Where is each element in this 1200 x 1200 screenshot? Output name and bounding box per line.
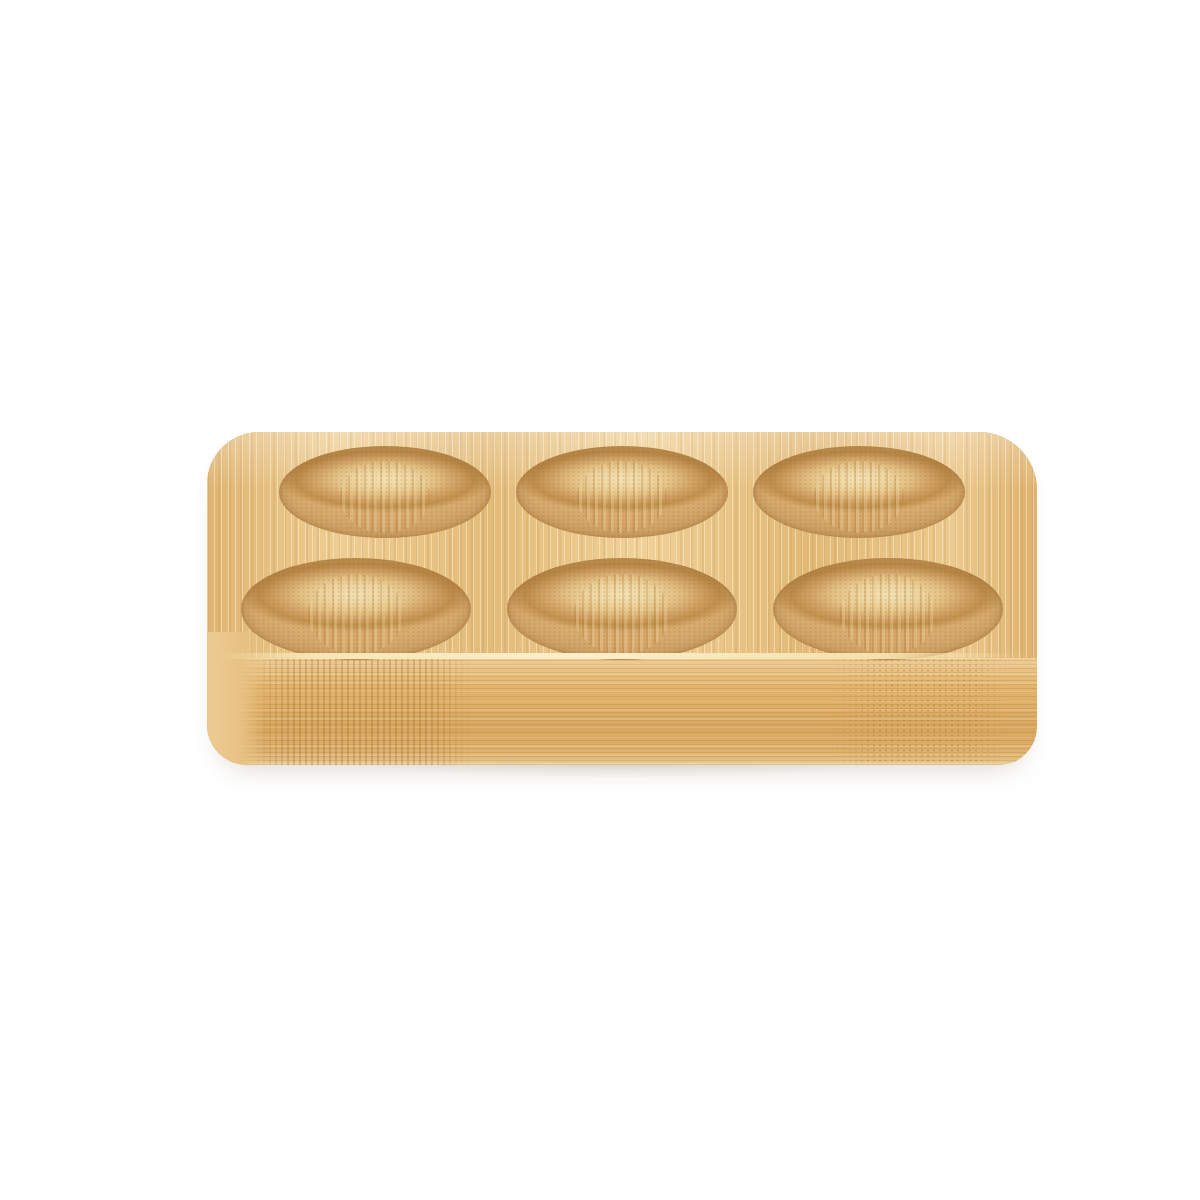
board-front-edge-highlight xyxy=(215,653,1029,659)
pit-back-2[interactable] xyxy=(516,446,728,538)
pit-grid xyxy=(207,446,1037,660)
pit-front-2[interactable] xyxy=(507,558,737,660)
pit-row-back xyxy=(279,446,965,538)
pit-back-3[interactable] xyxy=(753,446,965,538)
mancala-board xyxy=(207,432,1037,765)
pit-front-1[interactable] xyxy=(241,558,471,660)
front-face-speckle-right xyxy=(829,658,1009,765)
front-face-grain-left xyxy=(251,658,471,765)
board-front-face xyxy=(207,658,1037,765)
pit-back-1[interactable] xyxy=(279,446,491,538)
product-photo-stage xyxy=(0,0,1200,1200)
pit-front-3[interactable] xyxy=(773,558,1003,660)
pit-row-front xyxy=(241,558,1003,660)
